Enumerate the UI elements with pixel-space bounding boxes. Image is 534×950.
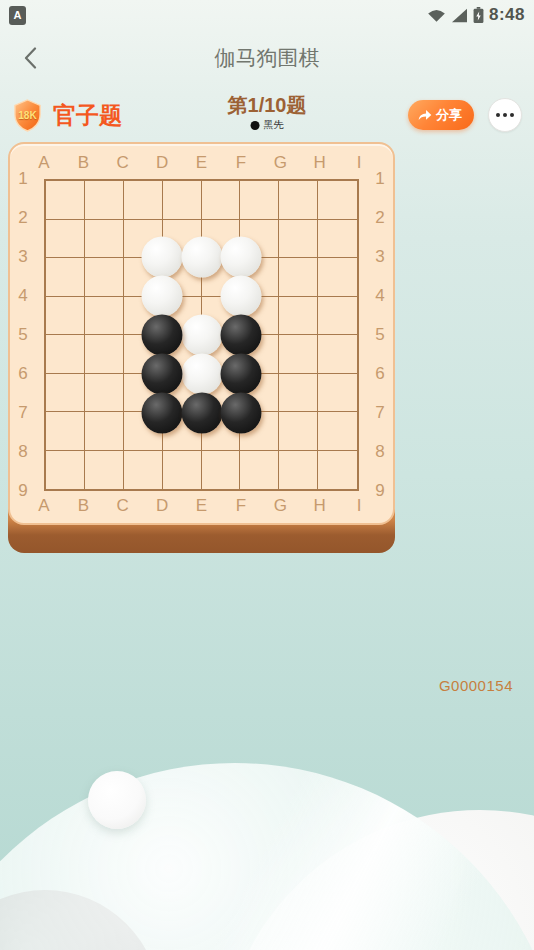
grid-cell[interactable]	[46, 451, 85, 490]
grid-cell[interactable]	[163, 335, 202, 374]
share-arrow-icon	[418, 109, 432, 122]
col-label-bottom-C: C	[117, 496, 129, 516]
row-label-right-1: 1	[375, 169, 384, 189]
grid-cell[interactable]	[124, 181, 163, 220]
grid-cell[interactable]	[240, 220, 279, 259]
board-grid[interactable]	[44, 179, 359, 491]
grid-cell[interactable]	[279, 258, 318, 297]
row-label-left-3: 3	[18, 247, 27, 267]
grid-cell[interactable]	[46, 258, 85, 297]
col-label-top-F: F	[236, 153, 246, 173]
grid-cell[interactable]	[163, 374, 202, 413]
grid-cell[interactable]	[85, 374, 124, 413]
grid-cell[interactable]	[85, 335, 124, 374]
decorative-small-white-stone	[88, 771, 146, 829]
grid-cell[interactable]	[46, 220, 85, 259]
grid-cell[interactable]	[46, 374, 85, 413]
col-label-bottom-E: E	[196, 496, 207, 516]
grid-cell[interactable]	[240, 181, 279, 220]
row-label-right-9: 9	[375, 481, 384, 501]
grid-cell[interactable]	[318, 220, 357, 259]
grid-cell[interactable]	[240, 335, 279, 374]
decorative-glass-stone-large	[0, 763, 534, 950]
page-title: 伽马狗围棋	[0, 44, 534, 72]
grid-cell[interactable]	[46, 297, 85, 336]
puzzle-id-label: G0000154	[439, 677, 513, 694]
grid-cell[interactable]	[85, 220, 124, 259]
grid-cell[interactable]	[202, 297, 241, 336]
grid-cell[interactable]	[46, 335, 85, 374]
col-label-top-C: C	[117, 153, 129, 173]
more-options-button[interactable]	[488, 98, 522, 132]
dot-icon	[503, 113, 507, 117]
col-label-top-H: H	[313, 153, 325, 173]
grid-cell[interactable]	[240, 297, 279, 336]
grid-cell[interactable]	[85, 181, 124, 220]
row-label-left-5: 5	[18, 325, 27, 345]
grid-cell[interactable]	[85, 258, 124, 297]
grid-cell[interactable]	[85, 412, 124, 451]
col-label-top-D: D	[156, 153, 168, 173]
board-surface[interactable]: AABBCCDDEEFFGGHHII112233445566778899	[8, 142, 395, 525]
share-button[interactable]: 分享	[408, 100, 474, 130]
grid-cell[interactable]	[163, 220, 202, 259]
col-label-bottom-D: D	[156, 496, 168, 516]
grid-cell[interactable]	[163, 181, 202, 220]
col-label-bottom-B: B	[78, 496, 89, 516]
cellular-signal-icon	[451, 8, 468, 23]
dot-icon	[510, 113, 514, 117]
grid-cell[interactable]	[318, 258, 357, 297]
grid-cell[interactable]	[202, 258, 241, 297]
col-label-bottom-G: G	[274, 496, 287, 516]
notification-app-icon: A	[9, 6, 26, 25]
grid-cell[interactable]	[240, 258, 279, 297]
grid-cell[interactable]	[240, 412, 279, 451]
row-label-left-4: 4	[18, 286, 27, 306]
grid-cell[interactable]	[163, 297, 202, 336]
grid-cell[interactable]	[124, 374, 163, 413]
rank-shield-badge: 18K	[12, 99, 43, 132]
grid-cell[interactable]	[163, 258, 202, 297]
status-bar: A 8:48	[0, 0, 534, 30]
grid-cell[interactable]	[202, 335, 241, 374]
grid-cell[interactable]	[240, 451, 279, 490]
grid-cell[interactable]	[279, 451, 318, 490]
grid-cell[interactable]	[318, 181, 357, 220]
battery-charging-icon	[473, 7, 484, 24]
app-screen: A 8:48 伽马狗围棋	[0, 0, 534, 950]
wifi-icon	[427, 8, 446, 23]
row-label-right-3: 3	[375, 247, 384, 267]
grid-cell[interactable]	[124, 220, 163, 259]
grid-cell[interactable]	[124, 335, 163, 374]
grid-cell[interactable]	[318, 412, 357, 451]
row-label-right-7: 7	[375, 403, 384, 423]
grid-cell[interactable]	[279, 181, 318, 220]
puzzle-header: 18K 官子题 第1/10题 黑先 分享	[0, 93, 534, 137]
grid-cell[interactable]	[279, 412, 318, 451]
grid-cell[interactable]	[202, 220, 241, 259]
col-label-top-A: A	[38, 153, 49, 173]
dot-icon	[496, 113, 500, 117]
row-label-right-4: 4	[375, 286, 384, 306]
back-button[interactable]	[14, 42, 46, 74]
grid-cell[interactable]	[202, 181, 241, 220]
row-label-left-2: 2	[18, 208, 27, 228]
go-board: AABBCCDDEEFFGGHHII112233445566778899	[8, 142, 395, 553]
grid-cell[interactable]	[202, 412, 241, 451]
col-label-top-B: B	[78, 153, 89, 173]
grid-cell[interactable]	[279, 335, 318, 374]
grid-cell[interactable]	[46, 181, 85, 220]
grid-cell[interactable]	[163, 451, 202, 490]
black-stone-indicator-icon	[251, 121, 260, 130]
col-label-bottom-F: F	[236, 496, 246, 516]
grid-cell[interactable]	[279, 297, 318, 336]
row-label-left-6: 6	[18, 364, 27, 384]
grid-cell[interactable]	[85, 451, 124, 490]
col-label-bottom-I: I	[357, 496, 362, 516]
grid-cell[interactable]	[46, 412, 85, 451]
grid-cell[interactable]	[124, 297, 163, 336]
col-label-bottom-H: H	[313, 496, 325, 516]
row-label-left-9: 9	[18, 481, 27, 501]
grid-cell[interactable]	[240, 374, 279, 413]
grid-cell[interactable]	[124, 412, 163, 451]
turn-to-move-label: 黑先	[264, 118, 284, 132]
nav-bar: 伽马狗围棋	[0, 30, 534, 86]
grid-cell[interactable]	[279, 374, 318, 413]
puzzle-progress-label: 第1/10题	[228, 93, 307, 117]
clock-time: 8:48	[489, 5, 525, 25]
col-label-top-I: I	[357, 153, 362, 173]
grid-cell[interactable]	[124, 451, 163, 490]
grid-cell[interactable]	[318, 374, 357, 413]
row-label-right-8: 8	[375, 442, 384, 462]
col-label-bottom-A: A	[38, 496, 49, 516]
row-label-right-5: 5	[375, 325, 384, 345]
grid-cell[interactable]	[85, 297, 124, 336]
row-label-left-8: 8	[18, 442, 27, 462]
grid-cell[interactable]	[318, 335, 357, 374]
grid-cell[interactable]	[279, 220, 318, 259]
grid-cell[interactable]	[318, 451, 357, 490]
col-label-top-G: G	[274, 153, 287, 173]
grid-cell[interactable]	[202, 374, 241, 413]
grid-cell[interactable]	[163, 412, 202, 451]
grid-cell[interactable]	[202, 451, 241, 490]
col-label-top-E: E	[196, 153, 207, 173]
row-label-left-7: 7	[18, 403, 27, 423]
share-label: 分享	[436, 106, 462, 124]
row-label-right-2: 2	[375, 208, 384, 228]
rank-label: 18K	[12, 99, 43, 132]
puzzle-category-label: 官子题	[53, 100, 122, 131]
grid-cell[interactable]	[318, 297, 357, 336]
row-label-left-1: 1	[18, 169, 27, 189]
row-label-right-6: 6	[375, 364, 384, 384]
grid-cell[interactable]	[124, 258, 163, 297]
